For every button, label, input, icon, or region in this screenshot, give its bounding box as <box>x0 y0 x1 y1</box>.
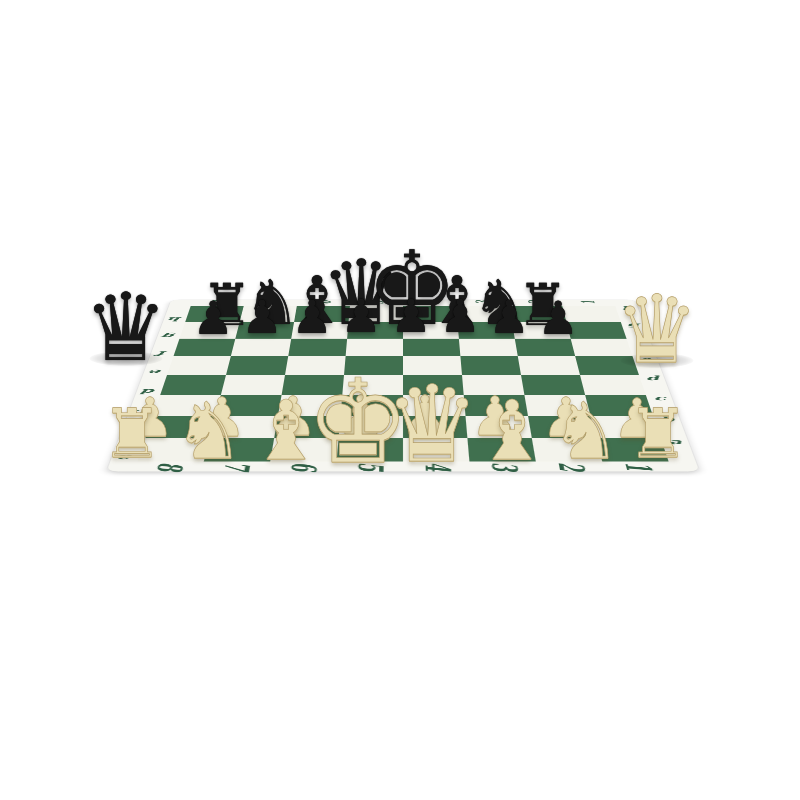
piece-wQ-aside-right[interactable]: ♛ <box>615 283 699 377</box>
piece-wN-a7[interactable]: ♞ <box>174 392 244 470</box>
piece-bP-g7[interactable]: ♟ <box>241 294 282 340</box>
piece-bP-g1[interactable]: ♟ <box>537 295 578 341</box>
piece-wN-a2[interactable]: ♞ <box>551 392 621 470</box>
piece-bP-g2[interactable]: ♟ <box>488 294 529 340</box>
piece-bP-g3[interactable]: ♟ <box>439 293 480 339</box>
square-e2 <box>518 356 580 375</box>
chess-set-photo: 87654321 87654321 hgfedcba hgfedcba ♜♞♝♛… <box>0 0 800 800</box>
piece-wB-a3[interactable]: ♝ <box>475 390 549 472</box>
piece-bP-g6[interactable]: ♟ <box>291 294 332 340</box>
piece-bP-g4[interactable]: ♟ <box>390 293 431 339</box>
square-e8 <box>167 356 231 375</box>
piece-bQ-aside-left[interactable]: ♛ <box>84 281 168 375</box>
square-e7 <box>226 356 288 375</box>
pieces-layer: ♜♞♝♛♚♝♞♜♟♟♟♟♟♟♟♟♟♟♟♟♟♟♟♟♜♞♝♚♛♝♞♜♛♛ <box>0 0 800 800</box>
piece-wQ-a4[interactable]: ♛ <box>384 372 479 478</box>
piece-bP-g8[interactable]: ♟ <box>192 295 233 341</box>
piece-wR-a8[interactable]: ♜ <box>102 400 163 468</box>
piece-wR-a1[interactable]: ♜ <box>628 400 689 468</box>
piece-bP-g5[interactable]: ♟ <box>340 293 381 339</box>
